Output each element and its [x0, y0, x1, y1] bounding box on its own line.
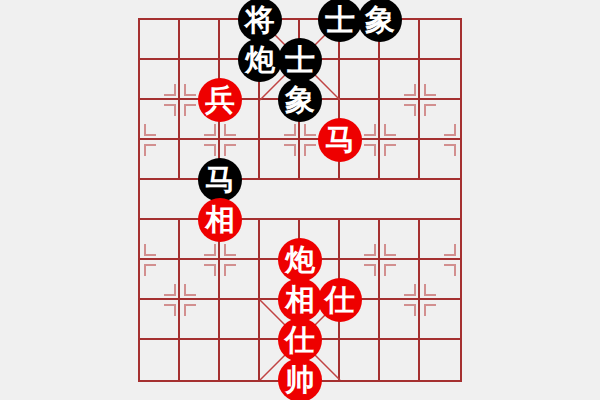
black-cannon[interactable]: 炮: [238, 38, 282, 82]
red-cannon[interactable]: 炮: [278, 238, 322, 282]
black-general[interactable]: 将: [238, 0, 282, 42]
black-elephant[interactable]: 象: [358, 0, 402, 42]
black-horse[interactable]: 马: [198, 158, 242, 202]
black-advisor[interactable]: 士: [278, 38, 322, 82]
red-elephant[interactable]: 相: [278, 278, 322, 322]
red-horse[interactable]: 马: [318, 118, 362, 162]
screenshot-canvas: 将士象炮士兵象马马相炮相仕仕帅: [0, 0, 600, 400]
xiangqi-board: 将士象炮士兵象马马相炮相仕仕帅: [138, 18, 462, 382]
red-elephant[interactable]: 相: [198, 198, 242, 242]
red-soldier[interactable]: 兵: [198, 78, 242, 122]
black-elephant[interactable]: 象: [278, 78, 322, 122]
pieces-layer: 将士象炮士兵象马马相炮相仕仕帅: [140, 20, 460, 380]
red-advisor[interactable]: 仕: [278, 318, 322, 362]
red-general[interactable]: 帅: [278, 358, 322, 400]
black-advisor[interactable]: 士: [318, 0, 362, 42]
red-advisor[interactable]: 仕: [318, 278, 362, 322]
